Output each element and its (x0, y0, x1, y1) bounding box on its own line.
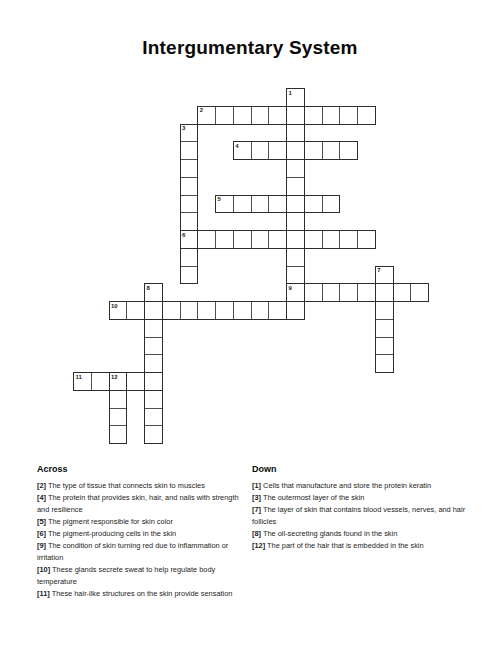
clue-number: 2 (200, 107, 203, 113)
grid-cell[interactable] (268, 141, 287, 160)
clue-4-across: [4] The protein that provides skin, hair… (37, 492, 248, 516)
grid-cell[interactable] (233, 106, 252, 125)
grid-cell[interactable] (286, 124, 305, 143)
grid-cell[interactable] (304, 141, 323, 160)
grid-cell[interactable] (375, 301, 394, 320)
clue-number: 1 (289, 90, 292, 96)
grid-cell[interactable] (126, 372, 145, 391)
clue-3-down: [3] The outermost layer of the skin (252, 492, 473, 504)
grid-cell[interactable] (109, 390, 128, 409)
clue-number: 12 (111, 374, 118, 380)
grid-cell[interactable] (286, 141, 305, 160)
grid-cell[interactable] (268, 230, 287, 249)
grid-cell[interactable]: 8 (144, 283, 163, 302)
grid-cell[interactable] (304, 230, 323, 249)
clue-number: 7 (377, 267, 380, 273)
worksheet-page: Intergumentary System 192364578101112 Ac… (0, 0, 500, 647)
grid-cell[interactable] (109, 425, 128, 444)
grid-cell[interactable] (251, 230, 270, 249)
clue-10-across: [10] These glands secrete sweat to help … (37, 564, 248, 588)
grid-cell[interactable] (286, 106, 305, 125)
clue-8-down: [8] The oil-secreting glands found in th… (252, 528, 473, 540)
grid-cell[interactable] (144, 390, 163, 409)
clue-number: 5 (218, 196, 221, 202)
grid-cell[interactable] (144, 354, 163, 373)
clue-number-label: [9] (37, 541, 46, 550)
grid-cell[interactable] (251, 106, 270, 125)
grid-cell[interactable]: 7 (375, 266, 394, 285)
grid-cell[interactable] (251, 141, 270, 160)
grid-cell[interactable] (251, 301, 270, 320)
clue-number: 10 (111, 303, 118, 309)
grid-cell[interactable] (109, 408, 128, 427)
grid-cell[interactable] (322, 283, 341, 302)
grid-cell[interactable] (233, 301, 252, 320)
grid-cell[interactable] (197, 230, 216, 249)
grid-cell[interactable] (322, 195, 341, 214)
grid-cell[interactable] (233, 230, 252, 249)
clue-number: 11 (76, 374, 82, 380)
grid-cell[interactable] (215, 301, 234, 320)
clue-9-across: [9] The condition of skin turning red du… (37, 540, 248, 564)
down-heading: Down (252, 463, 473, 476)
clue-number: 9 (289, 285, 292, 291)
grid-cell[interactable] (375, 283, 394, 302)
grid-cell[interactable] (286, 212, 305, 231)
grid-cell[interactable] (286, 159, 305, 178)
grid-cell[interactable] (144, 408, 163, 427)
clue-number-label: [2] (37, 481, 46, 490)
down-clues-list: [1] Cells that manufacture and store the… (252, 480, 473, 552)
grid-cell[interactable] (375, 337, 394, 356)
grid-cell[interactable] (304, 195, 323, 214)
across-heading: Across (37, 463, 248, 476)
grid-cell[interactable] (180, 141, 199, 160)
clue-1-down: [1] Cells that manufacture and store the… (252, 480, 473, 492)
grid-cell[interactable] (339, 230, 358, 249)
across-clues-column: Across [2] The type of tissue that conne… (37, 463, 248, 600)
clue-number: 6 (182, 232, 185, 238)
grid-cell[interactable] (180, 159, 199, 178)
grid-cell[interactable] (286, 195, 305, 214)
puzzle-title: Intergumentary System (0, 37, 500, 59)
grid-cell[interactable] (322, 141, 341, 160)
clue-number-label: [10] (37, 565, 50, 574)
across-clues-list: [2] The type of tissue that connects ski… (37, 480, 248, 600)
grid-cell[interactable] (375, 319, 394, 338)
clue-number: 3 (182, 125, 185, 131)
clue-11-across: [11] These hair-like structures on the s… (37, 588, 248, 600)
clue-number: 4 (235, 143, 238, 149)
grid-cell[interactable] (393, 283, 412, 302)
grid-cell[interactable] (322, 230, 341, 249)
grid-cell[interactable] (251, 195, 270, 214)
grid-cell[interactable] (286, 230, 305, 249)
grid-cell[interactable] (357, 106, 376, 125)
grid-cell[interactable] (215, 106, 234, 125)
grid-cell[interactable] (180, 248, 199, 267)
grid-cell[interactable] (357, 230, 376, 249)
clue-number-label: [6] (37, 529, 46, 538)
clue-12-down: [12] The part of the hair that is embedd… (252, 540, 473, 552)
grid-cell[interactable] (339, 141, 358, 160)
grid-cell[interactable]: 5 (215, 195, 234, 214)
grid-cell[interactable] (339, 106, 358, 125)
grid-cell[interactable] (286, 301, 305, 320)
clue-6-across: [6] The pigment-producing cells in the s… (37, 528, 248, 540)
grid-cell[interactable] (144, 319, 163, 338)
clue-7-down: [7] The layer of skin that contains bloo… (252, 504, 473, 528)
clue-number-label: [4] (37, 493, 46, 502)
grid-cell[interactable] (286, 248, 305, 267)
grid-cell[interactable] (268, 301, 287, 320)
grid-cell[interactable] (322, 106, 341, 125)
grid-cell[interactable] (286, 177, 305, 196)
clue-number: 8 (147, 285, 150, 291)
grid-cell[interactable]: 4 (233, 141, 252, 160)
grid-cell[interactable]: 2 (197, 106, 216, 125)
crossword-grid: 192364578101112 (73, 88, 428, 443)
clue-number-label: [11] (37, 589, 50, 598)
clue-number-label: [8] (252, 529, 261, 538)
grid-cell[interactable]: 9 (286, 283, 305, 302)
grid-cell[interactable] (180, 301, 199, 320)
grid-cell[interactable] (268, 195, 287, 214)
grid-cell[interactable] (410, 283, 429, 302)
grid-cell[interactable] (180, 177, 199, 196)
grid-cell[interactable] (304, 106, 323, 125)
grid-cell[interactable]: 3 (180, 124, 199, 143)
grid-cell[interactable] (180, 266, 199, 285)
grid-cell[interactable]: 10 (109, 301, 128, 320)
down-clues-column: Down [1] Cells that manufacture and stor… (252, 463, 473, 552)
grid-cell[interactable] (144, 337, 163, 356)
grid-cell[interactable] (197, 301, 216, 320)
grid-cell[interactable] (162, 301, 181, 320)
grid-cell[interactable] (144, 301, 163, 320)
grid-cell[interactable] (375, 354, 394, 373)
grid-cell[interactable] (339, 283, 358, 302)
grid-cell[interactable] (144, 372, 163, 391)
grid-cell[interactable] (286, 266, 305, 285)
grid-cell[interactable]: 6 (180, 230, 199, 249)
clue-number-label: [7] (252, 505, 261, 514)
clue-5-across: [5] The pigment responsible for skin col… (37, 516, 248, 528)
grid-cell[interactable]: 12 (109, 372, 128, 391)
grid-cell[interactable] (126, 301, 145, 320)
grid-cell[interactable] (215, 230, 234, 249)
clue-number-label: [3] (252, 493, 261, 502)
clue-number-label: [1] (252, 481, 261, 490)
grid-cell[interactable] (233, 195, 252, 214)
grid-cell[interactable] (357, 283, 376, 302)
grid-cell[interactable]: 11 (73, 372, 92, 391)
grid-cell[interactable] (268, 106, 287, 125)
grid-cell[interactable] (91, 372, 110, 391)
grid-cell[interactable] (304, 283, 323, 302)
clue-2-across: [2] The type of tissue that connects ski… (37, 480, 248, 492)
grid-cell[interactable]: 1 (286, 88, 305, 107)
grid-cell[interactable] (180, 195, 199, 214)
clue-number-label: [12] (252, 541, 265, 550)
grid-cell[interactable] (180, 212, 199, 231)
clue-number-label: [5] (37, 517, 46, 526)
grid-cell[interactable] (144, 425, 163, 444)
